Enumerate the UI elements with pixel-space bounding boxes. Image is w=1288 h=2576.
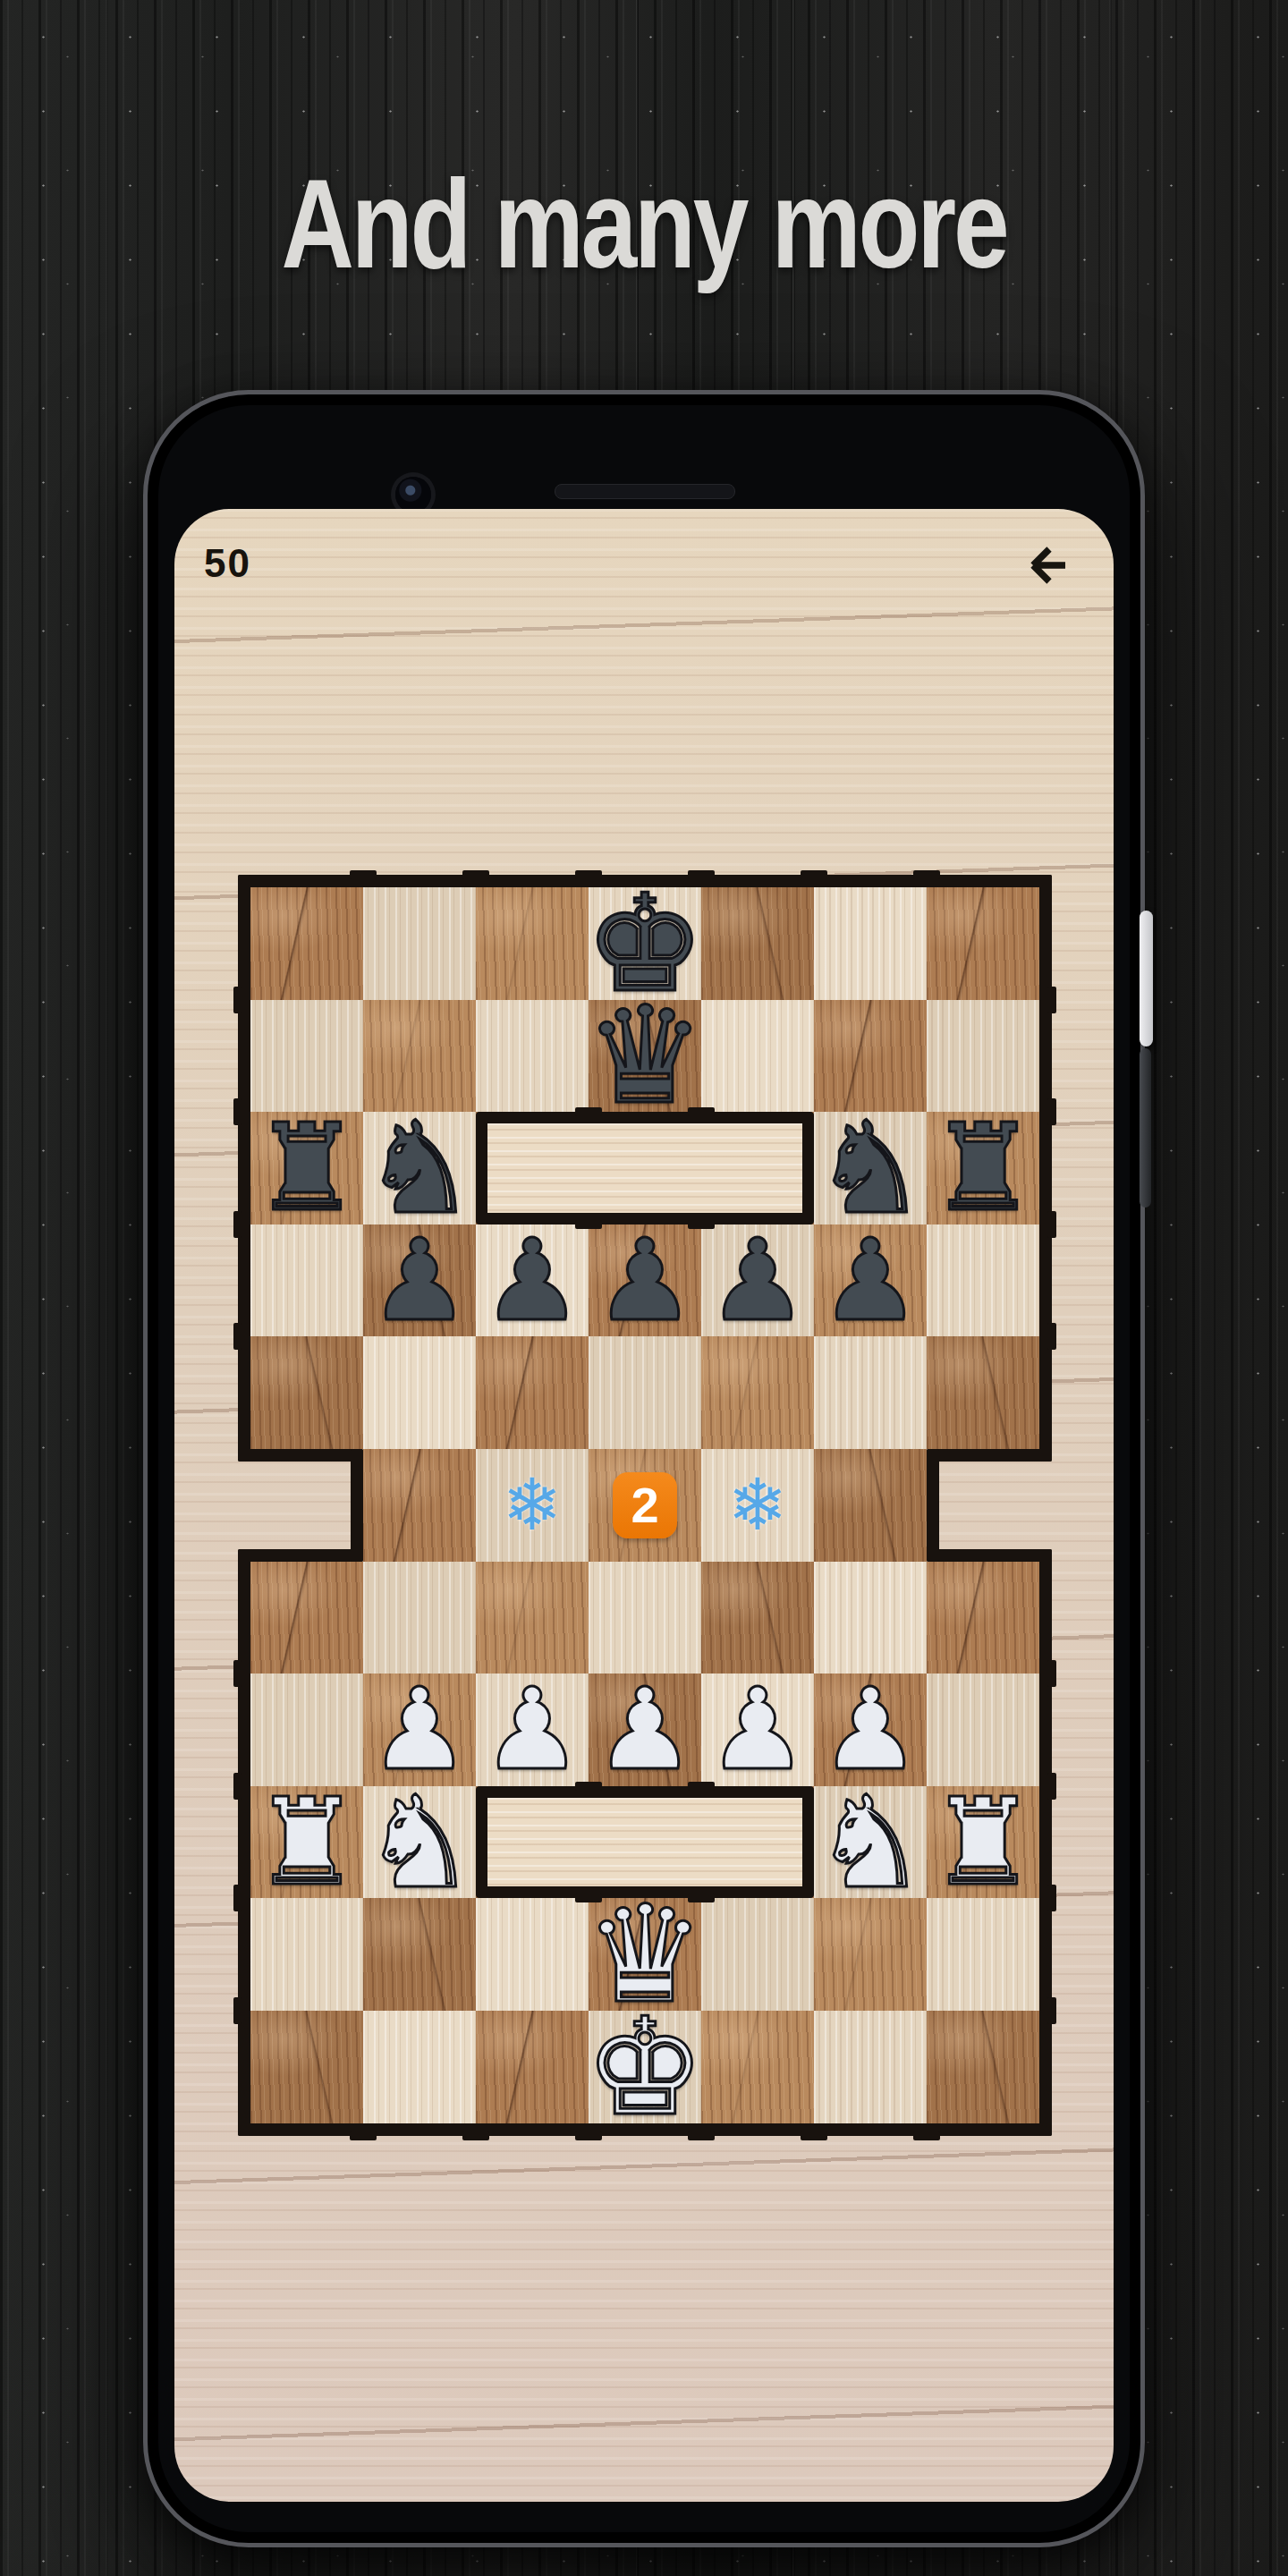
board-cell[interactable]: ♛	[589, 1000, 701, 1113]
board-cell[interactable]	[814, 887, 927, 1000]
phone-frame: 50 ♚♛♜♞♞♜♟♟♟♟♟❄2❄♟♟♟♟♟♜♞♞♜♛♚	[143, 390, 1145, 2547]
board-border	[1039, 1549, 1052, 2136]
board-border-nub	[233, 1885, 242, 1911]
front-camera-icon	[395, 477, 431, 513]
board-border-nub	[1047, 1098, 1056, 1125]
black-pawn[interactable]: ♟	[482, 1224, 583, 1337]
power-button	[1140, 911, 1153, 1046]
board-border-nub	[688, 870, 715, 879]
board-cell[interactable]	[250, 1336, 363, 1449]
board-cell[interactable]: ♟	[476, 1224, 589, 1337]
board-border-nub	[1047, 987, 1056, 1013]
board-cell[interactable]: ♟	[363, 1224, 476, 1337]
board-border	[238, 1549, 363, 1562]
wall-zone	[476, 1112, 814, 1224]
board-cell[interactable]	[363, 1562, 476, 1674]
board-cell[interactable]	[814, 1898, 927, 2011]
board-border	[238, 1549, 250, 2136]
board-border-nub	[233, 1660, 242, 1687]
board-cell[interactable]	[250, 2011, 363, 2123]
board-border-nub	[575, 870, 602, 879]
board-border-nub	[688, 1782, 715, 1791]
board-border-nub	[801, 870, 827, 879]
board-cell[interactable]	[814, 2011, 927, 2123]
board-border-nub	[801, 2131, 827, 2140]
board-cell[interactable]: ♟	[589, 1224, 701, 1337]
black-pawn[interactable]: ♟	[708, 1224, 809, 1337]
board-cell[interactable]	[250, 887, 363, 1000]
board-cell[interactable]	[927, 2011, 1039, 2123]
black-knight[interactable]: ♞	[813, 1105, 927, 1232]
board-border-nub	[688, 2131, 715, 2140]
white-knight[interactable]: ♞	[362, 1779, 476, 1906]
board-cell[interactable]	[701, 1898, 814, 2011]
snowflake-frozen-icon: ❄	[727, 1470, 787, 1541]
board-cell[interactable]: ❄	[476, 1449, 589, 1562]
board-cell[interactable]: ♟	[701, 1674, 814, 1786]
board-border-nub	[1047, 1773, 1056, 1800]
white-rook[interactable]: ♜	[929, 1783, 1037, 1902]
board-border	[927, 1449, 939, 1562]
board-cell[interactable]	[250, 1562, 363, 1674]
board-border-nub	[1047, 1997, 1056, 2024]
board-cell[interactable]: ♞	[363, 1786, 476, 1899]
board-cell[interactable]	[927, 1898, 1039, 2011]
board-border	[927, 1449, 1052, 1462]
board-cell[interactable]: ♟	[589, 1674, 701, 1786]
board-cell[interactable]	[363, 887, 476, 1000]
board-cell[interactable]: ♜	[927, 1786, 1039, 1899]
board-border	[351, 1449, 363, 1562]
board-cell[interactable]	[250, 1674, 363, 1786]
board-cell[interactable]: ♞	[814, 1112, 927, 1224]
black-pawn[interactable]: ♟	[595, 1224, 696, 1337]
board-border-nub	[575, 1107, 602, 1116]
board-cell[interactable]: 2	[589, 1449, 701, 1562]
board-border-nub	[350, 870, 377, 879]
black-queen[interactable]: ♛	[585, 988, 705, 1123]
board-border-nub	[913, 870, 940, 879]
board-cell[interactable]	[476, 1000, 589, 1113]
wood-plank-seam	[106, 0, 108, 2576]
board-cell[interactable]	[363, 2011, 476, 2123]
board-cell[interactable]	[363, 1449, 476, 1562]
black-pawn[interactable]: ♟	[820, 1224, 921, 1337]
board-border	[238, 875, 250, 1462]
board-border-nub	[1047, 1885, 1056, 1911]
headline: And many more	[129, 161, 1159, 287]
board-cell[interactable]	[814, 1336, 927, 1449]
board-border-nub	[1047, 1660, 1056, 1687]
board-border	[1039, 875, 1052, 1462]
phone-screen: 50 ♚♛♜♞♞♜♟♟♟♟♟❄2❄♟♟♟♟♟♜♞♞♜♛♚	[174, 509, 1114, 2502]
board-border-nub	[688, 1894, 715, 1902]
board-cell[interactable]: ♚	[589, 2011, 701, 2123]
white-knight[interactable]: ♞	[813, 1779, 927, 1906]
board-border-nub	[688, 1220, 715, 1229]
chess-board[interactable]: ♚♛♜♞♞♜♟♟♟♟♟❄2❄♟♟♟♟♟♜♞♞♜♛♚	[238, 875, 1052, 2136]
board-cell[interactable]	[701, 1336, 814, 1449]
board-border-nub	[462, 2131, 489, 2140]
black-knight[interactable]: ♞	[362, 1105, 476, 1232]
board-cell[interactable]: ♟	[701, 1224, 814, 1337]
board-cell[interactable]	[814, 1449, 927, 1562]
board-cell[interactable]	[476, 1898, 589, 2011]
board-border	[238, 1449, 363, 1462]
board-cell[interactable]	[927, 1336, 1039, 1449]
board-cell[interactable]	[363, 1898, 476, 2011]
board-border-nub	[233, 1773, 242, 1800]
board-cell[interactable]	[927, 1674, 1039, 1786]
board-border-nub	[233, 1997, 242, 2024]
board-border-nub	[233, 1098, 242, 1125]
board-cell[interactable]: ♟	[814, 1224, 927, 1337]
board-border-nub	[233, 987, 242, 1013]
board-border-nub	[233, 1323, 242, 1350]
earpiece-speaker	[555, 484, 735, 499]
board-cell[interactable]: ❄	[701, 1449, 814, 1562]
board-cell[interactable]	[701, 1562, 814, 1674]
board-cell[interactable]	[701, 2011, 814, 2123]
board-border-nub	[688, 1107, 715, 1116]
board-cell[interactable]	[250, 1000, 363, 1113]
board-cell[interactable]	[250, 1898, 363, 2011]
board-border	[927, 1549, 1052, 1562]
board-border-nub	[1047, 1323, 1056, 1350]
board-cell[interactable]	[701, 1000, 814, 1113]
board-cell[interactable]: ♞	[814, 1786, 927, 1899]
white-pawn[interactable]: ♟	[708, 1674, 809, 1786]
white-pawn[interactable]: ♟	[482, 1674, 583, 1786]
counter-badge: 2	[613, 1472, 677, 1538]
board-cell[interactable]	[250, 1224, 363, 1337]
board-border-nub	[350, 2131, 377, 2140]
board-cell[interactable]	[927, 1562, 1039, 1674]
board-cell[interactable]	[927, 887, 1039, 1000]
black-pawn[interactable]: ♟	[369, 1224, 470, 1337]
board-cell[interactable]	[476, 1562, 589, 1674]
board-cell[interactable]: ♜	[250, 1786, 363, 1899]
board-border-nub	[575, 2131, 602, 2140]
volume-button	[1140, 1048, 1151, 1207]
board-cell[interactable]: ♞	[363, 1112, 476, 1224]
board-cell[interactable]	[476, 2011, 589, 2123]
board-border-nub	[233, 1211, 242, 1238]
back-arrow-icon	[1022, 541, 1071, 589]
board-border-nub	[1047, 1211, 1056, 1238]
white-pawn[interactable]: ♟	[595, 1674, 696, 1786]
board-border-nub	[575, 1894, 602, 1902]
board-cell[interactable]: ♜	[927, 1112, 1039, 1224]
app-bar: 50	[174, 509, 1114, 616]
white-rook[interactable]: ♜	[253, 1783, 360, 1902]
wall-zone	[476, 1786, 814, 1899]
back-button[interactable]	[1022, 541, 1071, 589]
board-cell[interactable]	[701, 887, 814, 1000]
black-rook[interactable]: ♜	[253, 1108, 360, 1228]
white-king[interactable]: ♚	[585, 2000, 705, 2134]
board-cell[interactable]: ♟	[476, 1674, 589, 1786]
snowflake-frozen-icon: ❄	[502, 1470, 562, 1541]
board-border-nub	[462, 870, 489, 879]
board-cell[interactable]	[363, 1336, 476, 1449]
black-rook[interactable]: ♜	[929, 1108, 1037, 1228]
board-cell[interactable]	[927, 1000, 1039, 1113]
board-cell[interactable]	[476, 1336, 589, 1449]
page: { "headline": { "text": "And many more" …	[0, 0, 1288, 2576]
board-border-nub	[575, 1782, 602, 1791]
board-cell[interactable]	[589, 1336, 701, 1449]
board-border-nub	[575, 1220, 602, 1229]
board-cell[interactable]	[814, 1562, 927, 1674]
board-cell[interactable]	[589, 1562, 701, 1674]
board-cell[interactable]: ♜	[250, 1112, 363, 1224]
board-border-nub	[913, 2131, 940, 2140]
board-cell[interactable]	[927, 1224, 1039, 1337]
score-label: 50	[204, 541, 251, 586]
board-cell[interactable]	[476, 887, 589, 1000]
